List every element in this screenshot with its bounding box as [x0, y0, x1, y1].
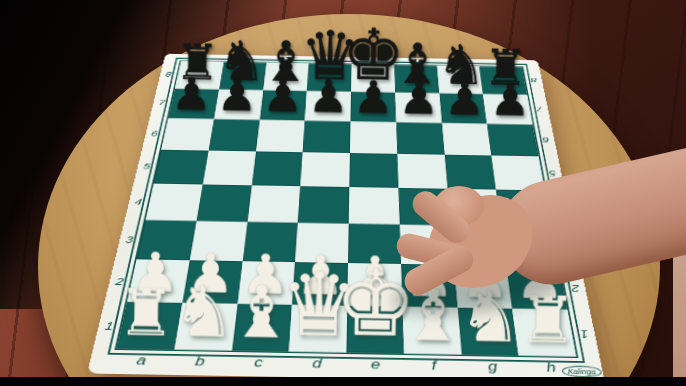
square-b4[interactable] — [196, 184, 251, 221]
square-c7[interactable]: ♟ — [259, 90, 307, 120]
file-label-b: b — [168, 353, 230, 375]
chess-mat: ♜♞♝♛♚♝♞♜♟♟♟♟♟♟♟♟♟♟♟♟♟♟♟♟♜♞♝♛♚♝♞♜ abcdefg… — [87, 53, 605, 382]
black-pawn-g7[interactable]: ♟ — [444, 76, 485, 122]
square-b7[interactable]: ♟ — [214, 90, 263, 120]
square-b6[interactable] — [208, 119, 259, 151]
black-pawn-h7[interactable]: ♟ — [489, 77, 530, 123]
square-g1[interactable]: ♞ — [457, 308, 518, 356]
square-h7[interactable]: ♟ — [483, 94, 533, 124]
white-knight-g1[interactable]: ♞ — [458, 280, 523, 352]
square-e5[interactable] — [349, 153, 398, 188]
square-c4[interactable] — [247, 185, 300, 222]
square-f7[interactable]: ♟ — [395, 93, 442, 123]
square-h5[interactable] — [491, 156, 545, 191]
board: ♜♞♝♛♚♝♞♜♟♟♟♟♟♟♟♟♟♟♟♟♟♟♟♟♜♞♝♛♚♝♞♜ — [114, 60, 578, 358]
square-d5[interactable] — [300, 152, 350, 187]
black-pawn-c7[interactable]: ♟ — [262, 73, 303, 119]
square-h4[interactable] — [496, 190, 552, 228]
file-label-c: c — [228, 354, 289, 376]
file-label-d: d — [287, 355, 347, 377]
black-pawn-b7[interactable]: ♟ — [217, 72, 258, 118]
square-a5[interactable] — [154, 150, 209, 185]
square-h6[interactable] — [487, 124, 538, 157]
square-f5[interactable] — [397, 154, 447, 189]
square-h1[interactable]: ♜ — [512, 309, 576, 357]
black-pawn-f7[interactable]: ♟ — [399, 75, 440, 121]
background-object — [673, 246, 686, 378]
square-c5[interactable] — [251, 151, 302, 186]
black-pawn-a7[interactable]: ♟ — [171, 71, 212, 117]
file-label-a: a — [109, 352, 172, 374]
file-label-top-d: d — [309, 55, 352, 63]
square-g6[interactable] — [442, 123, 492, 156]
white-rook-a1[interactable]: ♜ — [117, 281, 176, 346]
black-pawn-d7[interactable]: ♟ — [308, 74, 349, 120]
video-frame: ♜♞♝♛♚♝♞♜♟♟♟♟♟♟♟♟♟♟♟♟♟♟♟♟♜♞♝♛♚♝♞♜ abcdefg… — [0, 0, 686, 386]
square-a4[interactable] — [145, 184, 202, 221]
black-pawn-e7[interactable]: ♟ — [353, 75, 394, 121]
square-g4[interactable] — [447, 189, 501, 227]
square-a7[interactable]: ♟ — [168, 89, 219, 119]
square-e7[interactable]: ♟ — [350, 92, 396, 122]
square-e4[interactable] — [349, 187, 400, 224]
square-b5[interactable] — [203, 151, 256, 186]
file-label-top-h: h — [479, 58, 523, 66]
square-e1[interactable]: ♚ — [346, 306, 403, 354]
square-f6[interactable] — [396, 122, 444, 154]
square-g7[interactable]: ♟ — [439, 93, 487, 123]
file-label-top-e: e — [351, 56, 394, 64]
square-d4[interactable] — [298, 186, 349, 223]
file-label-e: e — [346, 356, 405, 378]
square-a6[interactable] — [161, 118, 214, 150]
file-label-top-b: b — [223, 54, 267, 62]
square-f1[interactable]: ♝ — [402, 307, 461, 355]
white-bishop-f1[interactable]: ♝ — [400, 278, 466, 351]
file-label-top-c: c — [266, 54, 309, 62]
square-f4[interactable] — [398, 188, 450, 225]
square-d7[interactable]: ♟ — [305, 91, 351, 121]
white-knight-b1[interactable]: ♞ — [171, 275, 236, 347]
brand-badge: Kalinga — [561, 366, 603, 378]
square-d6[interactable] — [303, 121, 351, 153]
file-label-top-g: g — [437, 57, 481, 65]
file-label-top-a: a — [180, 53, 224, 61]
square-e6[interactable] — [350, 121, 397, 153]
square-g5[interactable] — [444, 155, 496, 190]
square-c6[interactable] — [256, 120, 305, 152]
file-label-top-f: f — [394, 57, 437, 65]
file-label-f: f — [404, 357, 464, 379]
letterbox-bar — [0, 377, 686, 386]
